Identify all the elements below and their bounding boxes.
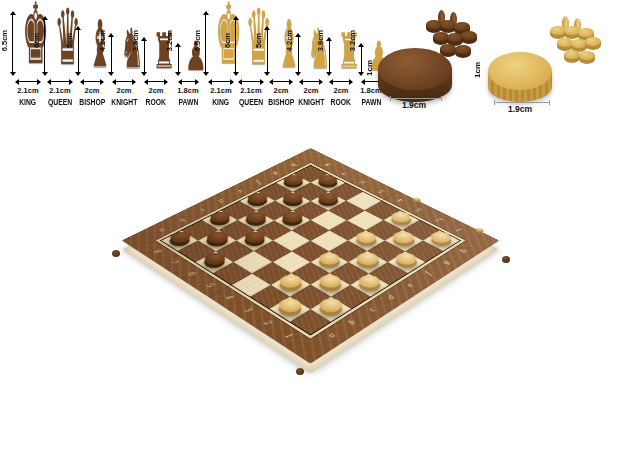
chessboard: 87654321 87654321 hgfedcba hgfedcba	[122, 148, 500, 364]
hinge-icon	[474, 228, 485, 234]
board-scene: 87654321 87654321 hgfedcba hgfedcba	[0, 0, 620, 465]
product-photo: 6.5cm♚2.1cmKING6cm♛2.1cmQUEEN5cm♝2cmBISH…	[0, 0, 620, 465]
board-grid	[160, 165, 461, 336]
board-foot	[296, 368, 304, 375]
board-foot	[112, 250, 120, 257]
board-foot	[502, 256, 510, 263]
